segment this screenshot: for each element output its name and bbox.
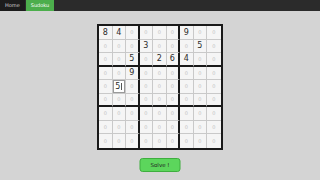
sudoku-cell-r5c2[interactable]: 5 (113, 80, 127, 94)
sudoku-cell-r8c2[interactable]: 0 (113, 121, 127, 135)
sudoku-cell-r9c2[interactable]: 0 (113, 134, 127, 148)
sudoku-cell-r1c8[interactable]: 0 (194, 26, 208, 40)
cell-placeholder: 0 (171, 124, 174, 130)
sudoku-cell-r2c3[interactable]: 0 (126, 40, 140, 54)
cell-placeholder: 0 (212, 56, 215, 62)
sudoku-cell-r7c9[interactable]: 0 (207, 107, 221, 121)
sudoku-cell-r4c7[interactable]: 0 (180, 67, 194, 81)
sudoku-cell-r2c7[interactable]: 0 (180, 40, 194, 54)
sudoku-cell-r7c8[interactable]: 0 (194, 107, 208, 121)
cell-digit: 4 (116, 28, 121, 37)
cell-placeholder: 0 (171, 110, 174, 116)
sudoku-cell-r6c8[interactable]: 0 (194, 94, 208, 108)
sudoku-cell-r4c2[interactable]: 0 (113, 67, 127, 81)
sudoku-cell-r5c1[interactable]: 0 (99, 80, 113, 94)
sudoku-cell-r8c7[interactable]: 0 (180, 121, 194, 135)
cell-placeholder: 0 (130, 96, 133, 102)
cell-digit: 3 (143, 41, 148, 50)
cell-placeholder: 0 (158, 43, 161, 49)
cell-placeholder: 0 (104, 110, 107, 116)
cell-placeholder: 0 (198, 124, 201, 130)
cell-placeholder: 0 (171, 43, 174, 49)
cell-placeholder: 0 (144, 29, 147, 35)
sudoku-cell-r8c5[interactable]: 0 (153, 121, 167, 135)
cell-digit: 9 (184, 28, 189, 37)
cell-placeholder: 0 (158, 138, 161, 144)
cell-placeholder: 0 (198, 70, 201, 76)
cell-placeholder: 0 (104, 70, 107, 76)
sudoku-cell-r4c6[interactable]: 0 (167, 67, 181, 81)
cell-placeholder: 0 (185, 70, 188, 76)
sudoku-cell-r8c8[interactable]: 0 (194, 121, 208, 135)
nav-item-sudoku[interactable]: Sudoku (26, 0, 55, 11)
text-caret (121, 83, 122, 90)
sudoku-cell-r1c6[interactable]: 0 (167, 26, 181, 40)
sudoku-cell-r3c5[interactable]: 2 (153, 53, 167, 67)
cell-placeholder: 0 (130, 29, 133, 35)
cell-placeholder: 0 (171, 70, 174, 76)
cell-placeholder: 0 (117, 96, 120, 102)
sudoku-cell-r4c3[interactable]: 9 (126, 67, 140, 81)
cell-placeholder: 0 (117, 70, 120, 76)
sudoku-cell-r9c1[interactable]: 0 (99, 134, 113, 148)
cell-placeholder: 0 (185, 110, 188, 116)
cell-placeholder: 0 (212, 70, 215, 76)
sudoku-cell-r5c4[interactable]: 0 (140, 80, 154, 94)
cell-placeholder: 0 (158, 70, 161, 76)
sudoku-cell-r4c4[interactable]: 0 (140, 67, 154, 81)
cell-placeholder: 0 (104, 56, 107, 62)
sudoku-cell-r1c4[interactable]: 0 (140, 26, 154, 40)
cell-placeholder: 0 (117, 124, 120, 130)
sudoku-cell-r1c1[interactable]: 8 (99, 26, 113, 40)
sudoku-cell-r5c5[interactable]: 0 (153, 80, 167, 94)
cell-placeholder: 0 (144, 124, 147, 130)
sudoku-cell-r3c8[interactable]: 0 (194, 53, 208, 67)
sudoku-cell-r9c5[interactable]: 0 (153, 134, 167, 148)
cell-placeholder: 0 (144, 96, 147, 102)
sudoku-cell-r7c5[interactable]: 0 (153, 107, 167, 121)
sudoku-cell-r3c4[interactable]: 0 (140, 53, 154, 67)
cell-placeholder: 0 (185, 83, 188, 89)
sudoku-cell-r6c5[interactable]: 0 (153, 94, 167, 108)
cell-placeholder: 0 (117, 43, 120, 49)
cell-placeholder: 0 (144, 110, 147, 116)
sudoku-cell-r2c6[interactable]: 0 (167, 40, 181, 54)
cell-placeholder: 0 (212, 83, 215, 89)
sudoku-cell-r7c2[interactable]: 0 (113, 107, 127, 121)
cell-digit: 2 (157, 54, 162, 63)
sudoku-cell-r2c4[interactable]: 3 (140, 40, 154, 54)
cell-placeholder: 0 (185, 138, 188, 144)
sudoku-cell-r7c6[interactable]: 0 (167, 107, 181, 121)
sudoku-cell-r9c9[interactable]: 0 (207, 134, 221, 148)
cell-digit: 5 (115, 82, 120, 91)
sudoku-cell-r1c3[interactable]: 0 (126, 26, 140, 40)
cell-placeholder: 0 (130, 110, 133, 116)
sudoku-cell-r8c6[interactable]: 0 (167, 121, 181, 135)
solve-button[interactable]: Solve ! (140, 158, 181, 172)
cell-placeholder: 0 (171, 83, 174, 89)
cell-placeholder: 0 (104, 138, 107, 144)
cell-placeholder: 0 (198, 83, 201, 89)
sudoku-cell-r6c9[interactable]: 0 (207, 94, 221, 108)
cell-placeholder: 0 (198, 96, 201, 102)
cell-placeholder: 0 (185, 124, 188, 130)
sudoku-cell-r8c1[interactable]: 0 (99, 121, 113, 135)
cell-placeholder: 0 (158, 83, 161, 89)
sudoku-board: 8400009000003000500050264000090000000500… (97, 24, 223, 150)
sudoku-cell-r9c7[interactable]: 0 (180, 134, 194, 148)
cell-placeholder: 0 (104, 83, 107, 89)
sudoku-cell-r4c5[interactable]: 0 (153, 67, 167, 81)
cell-digit: 8 (103, 28, 108, 37)
sudoku-cell-r7c1[interactable]: 0 (99, 107, 113, 121)
sudoku-cell-r5c9[interactable]: 0 (207, 80, 221, 94)
cell-placeholder: 0 (212, 96, 215, 102)
sudoku-cell-r5c7[interactable]: 0 (180, 80, 194, 94)
sudoku-cell-r4c8[interactable]: 0 (194, 67, 208, 81)
cell-placeholder: 0 (212, 29, 215, 35)
sudoku-cell-r2c2[interactable]: 0 (113, 40, 127, 54)
sudoku-cell-r2c8[interactable]: 5 (194, 40, 208, 54)
sudoku-cell-r4c9[interactable]: 0 (207, 67, 221, 81)
cell-placeholder: 0 (158, 96, 161, 102)
sudoku-cell-r3c7[interactable]: 4 (180, 53, 194, 67)
sudoku-cell-r2c5[interactable]: 0 (153, 40, 167, 54)
cell-digit: 4 (184, 54, 189, 63)
sudoku-cell-r9c3[interactable]: 0 (126, 134, 140, 148)
sudoku-cell-r8c4[interactable]: 0 (140, 121, 154, 135)
cell-placeholder: 0 (158, 29, 161, 35)
cell-digit: 9 (129, 68, 134, 77)
sudoku-cell-r2c1[interactable]: 0 (99, 40, 113, 54)
cell-placeholder: 0 (171, 138, 174, 144)
sudoku-cell-r2c9[interactable]: 0 (207, 40, 221, 54)
sudoku-cell-r1c5[interactable]: 0 (153, 26, 167, 40)
sudoku-cell-r6c7[interactable]: 0 (180, 94, 194, 108)
cell-placeholder: 0 (144, 138, 147, 144)
cell-placeholder: 0 (144, 83, 147, 89)
sudoku-cell-r7c3[interactable]: 0 (126, 107, 140, 121)
sudoku-cell-r6c6[interactable]: 0 (167, 94, 181, 108)
sudoku-cell-r6c4[interactable]: 0 (140, 94, 154, 108)
sudoku-cell-r9c4[interactable]: 0 (140, 134, 154, 148)
sudoku-cell-r3c6[interactable]: 6 (167, 53, 181, 67)
sudoku-cell-r7c4[interactable]: 0 (140, 107, 154, 121)
sudoku-cell-r5c3[interactable]: 0 (126, 80, 140, 94)
cell-placeholder: 0 (158, 110, 161, 116)
sudoku-cell-r9c8[interactable]: 0 (194, 134, 208, 148)
cell-placeholder: 0 (198, 110, 201, 116)
sudoku-cell-r3c9[interactable]: 0 (207, 53, 221, 67)
sudoku-cell-r3c2[interactable]: 0 (113, 53, 127, 67)
sudoku-cell-r1c9[interactable]: 0 (207, 26, 221, 40)
sudoku-cell-r3c1[interactable]: 0 (99, 53, 113, 67)
cell-placeholder: 0 (171, 96, 174, 102)
cell-placeholder: 0 (117, 56, 120, 62)
cell-placeholder: 0 (104, 43, 107, 49)
sudoku-cell-r6c1[interactable]: 0 (99, 94, 113, 108)
cell-placeholder: 0 (104, 96, 107, 102)
sudoku-cell-r1c2[interactable]: 4 (113, 26, 127, 40)
sudoku-cell-r1c7[interactable]: 9 (180, 26, 194, 40)
cell-placeholder: 0 (212, 138, 215, 144)
cell-placeholder: 0 (130, 83, 133, 89)
sudoku-cell-r6c2[interactable]: 0 (113, 94, 127, 108)
cell-placeholder: 0 (198, 138, 201, 144)
sudoku-cell-r8c9[interactable]: 0 (207, 121, 221, 135)
sudoku-cell-r6c3[interactable]: 0 (126, 94, 140, 108)
cell-placeholder: 0 (117, 138, 120, 144)
cell-placeholder: 0 (212, 43, 215, 49)
sudoku-cell-r8c3[interactable]: 0 (126, 121, 140, 135)
cell-digit: 6 (170, 54, 175, 63)
cell-placeholder: 0 (104, 124, 107, 130)
cell-placeholder: 0 (130, 138, 133, 144)
navbar: Home Sudoku (0, 0, 320, 11)
cell-placeholder: 0 (130, 43, 133, 49)
cell-placeholder: 0 (144, 70, 147, 76)
sudoku-cell-r3c3[interactable]: 5 (126, 53, 140, 67)
cell-placeholder: 0 (185, 96, 188, 102)
cell-placeholder: 0 (144, 56, 147, 62)
cell-placeholder: 0 (212, 110, 215, 116)
cell-placeholder: 0 (117, 110, 120, 116)
sudoku-cell-r5c6[interactable]: 0 (167, 80, 181, 94)
sudoku-cell-r5c8[interactable]: 0 (194, 80, 208, 94)
cell-placeholder: 0 (198, 29, 201, 35)
nav-item-home[interactable]: Home (0, 0, 25, 11)
sudoku-cell-r4c1[interactable]: 0 (99, 67, 113, 81)
cell-placeholder: 0 (185, 43, 188, 49)
sudoku-cell-r9c6[interactable]: 0 (167, 134, 181, 148)
cell-placeholder: 0 (198, 56, 201, 62)
sudoku-cell-r7c7[interactable]: 0 (180, 107, 194, 121)
cell-digit: 5 (197, 41, 202, 50)
cell-placeholder: 0 (130, 124, 133, 130)
cell-placeholder: 0 (158, 124, 161, 130)
cell-placeholder: 0 (212, 124, 215, 130)
cell-placeholder: 0 (171, 29, 174, 35)
cell-digit: 5 (129, 54, 134, 63)
